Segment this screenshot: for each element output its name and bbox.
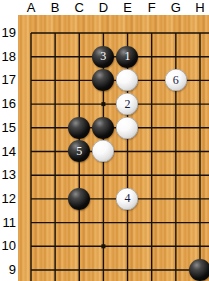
- column-label: A: [19, 0, 43, 16]
- stone-white-E17[interactable]: [116, 69, 138, 91]
- stone-black-C14[interactable]: 5: [68, 140, 90, 162]
- stone-white-E16[interactable]: 2: [116, 93, 138, 115]
- stone-white-E12[interactable]: 4: [116, 188, 138, 210]
- row-label: 11: [0, 215, 16, 231]
- row-label: 10: [0, 238, 16, 254]
- stone-black-D17[interactable]: [92, 69, 114, 91]
- stone-white-G17[interactable]: 6: [165, 69, 187, 91]
- stone-black-D15[interactable]: [92, 117, 114, 139]
- column-label: D: [91, 0, 115, 16]
- stone-white-D14[interactable]: [92, 140, 114, 162]
- row-label: 15: [0, 120, 16, 136]
- stone-black-H9[interactable]: [189, 259, 209, 281]
- row-label: 9: [0, 262, 16, 278]
- column-label: H: [188, 0, 209, 16]
- go-board-diagram: A B C D E F G H 19 18 17 16 15 14 13 12 …: [0, 0, 209, 281]
- row-label: 12: [0, 191, 16, 207]
- stone-black-E18[interactable]: 1: [116, 46, 138, 68]
- column-label: B: [43, 0, 67, 16]
- column-label: C: [67, 0, 91, 16]
- stone-white-E15[interactable]: [116, 117, 138, 139]
- row-label: 19: [0, 25, 16, 41]
- stone-black-C12[interactable]: [68, 188, 90, 210]
- stone-black-C15[interactable]: [68, 117, 90, 139]
- row-label: 16: [0, 96, 16, 112]
- column-label: G: [164, 0, 188, 16]
- stones-grid[interactable]: 315624: [19, 21, 209, 281]
- row-label: 18: [0, 49, 16, 65]
- stone-black-D18[interactable]: 3: [92, 46, 114, 68]
- row-label: 17: [0, 72, 16, 88]
- column-label: F: [140, 0, 164, 16]
- column-label: E: [116, 0, 140, 16]
- row-label: 13: [0, 167, 16, 183]
- row-label: 14: [0, 144, 16, 160]
